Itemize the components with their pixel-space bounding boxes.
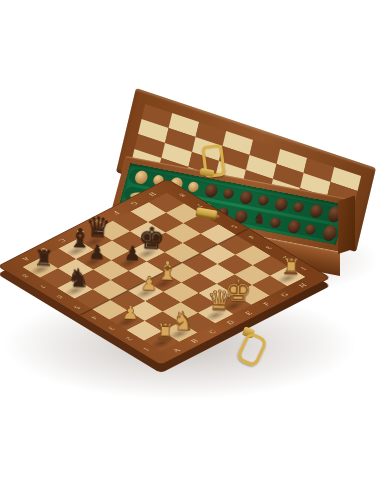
white-rook-h1[interactable]: ♜ <box>278 256 304 279</box>
black-pawn-d6[interactable]: ♟ <box>120 243 146 263</box>
white-pawn-c4[interactable]: ♟ <box>136 274 162 294</box>
black-pawn-c7[interactable]: ♟ <box>84 242 110 262</box>
black-knight-a6[interactable]: ♞ <box>66 265 92 291</box>
product-photo-chess-set: AABBCCDDEEFFGGHH1122334455667788 ♞♞♞ ♜♝♛… <box>0 0 381 492</box>
case-right-end <box>338 195 355 254</box>
white-rook-a1[interactable]: ♜ <box>152 321 178 344</box>
black-rook-a8[interactable]: ♜ <box>31 247 57 270</box>
white-pawn-a3[interactable]: ♟ <box>118 303 144 323</box>
white-queen-d1[interactable]: ♛ <box>206 287 232 316</box>
